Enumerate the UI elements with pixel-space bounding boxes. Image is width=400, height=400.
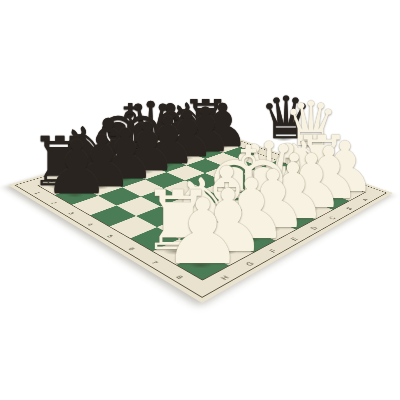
- board-squares-grid: [39, 135, 365, 280]
- spare-black-queen: ♛: [260, 89, 312, 147]
- chess-board: 12345678ABCDEFGH: [8, 127, 393, 303]
- piece-shadow: [295, 142, 322, 149]
- spare-white-queen: ♛: [284, 93, 339, 154]
- piece-shadow: [271, 135, 297, 142]
- chess-set-product-photo: 12345678ABCDEFGH ♜♟♜♟♞♟♞♟♝♟♝♟♛♟♛♟♚♟♚♟♝♟♝…: [0, 0, 400, 400]
